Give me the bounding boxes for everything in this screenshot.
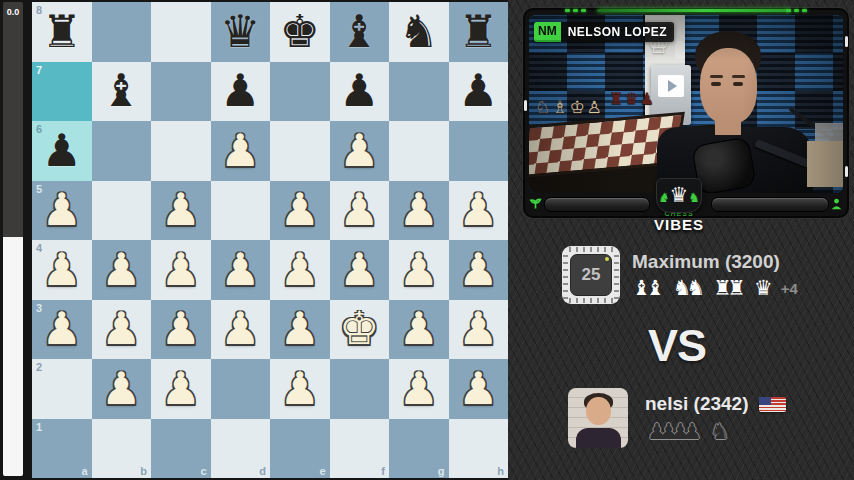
captured-queen-icon: ♛ [754,274,773,302]
square-h5[interactable]: ♟ [449,181,509,241]
captured-knight-icon: ♞ [710,418,730,446]
square-a4[interactable]: 4♟ [32,240,92,300]
square-a8[interactable]: 8♜ [32,2,92,62]
opponent-name: nelsi (2342) [645,393,749,415]
square-h7[interactable]: ♟ [449,62,509,122]
opponent-captured-pieces: ♟♟♟♟ ♞ [647,418,736,446]
file-label-b: b [140,465,147,477]
square-g3[interactable]: ♟ [389,300,449,360]
square-f3[interactable]: ♚ [330,300,390,360]
piece-black-pawn[interactable]: ♟ [458,63,498,119]
square-a7[interactable]: 7 [32,62,92,122]
piece-white-pawn[interactable]: ♟ [458,361,498,417]
file-label-g: g [438,465,445,477]
captured-knights-icon: ♞♞ [673,274,706,302]
file-label-f: f [381,465,385,477]
square-b8[interactable] [92,2,152,62]
square-f5[interactable]: ♟ [330,181,390,241]
nm-title-badge: NM [534,22,561,42]
square-g2[interactable]: ♟ [389,359,449,419]
piece-black-bishop[interactable]: ♝ [101,63,141,119]
piece-white-pawn[interactable]: ♟ [42,242,82,298]
piece-white-pawn[interactable]: ♟ [101,301,141,357]
stat-bar-right [711,197,829,212]
piece-white-pawn[interactable]: ♟ [101,242,141,298]
person-icon [830,197,843,210]
square-h4[interactable]: ♟ [449,240,509,300]
rank-label-2: 2 [36,361,42,373]
piece-white-pawn[interactable]: ♟ [161,361,201,417]
square-d4[interactable]: ♟ [211,240,271,300]
piece-white-pawn[interactable]: ♟ [339,242,379,298]
opponent-name-row: nelsi (2342) [645,393,786,415]
square-h3[interactable]: ♟ [449,300,509,360]
square-g5[interactable]: ♟ [389,181,449,241]
square-a3[interactable]: 3♟ [32,300,92,360]
square-b2[interactable]: ♟ [92,359,152,419]
square-g1[interactable]: g [389,419,449,479]
captured-bishops-icon: ♝♝ [632,274,665,302]
piece-black-rook[interactable]: ♜ [42,4,82,60]
piece-white-pawn[interactable]: ♟ [399,242,439,298]
piece-white-pawn[interactable]: ♟ [399,361,439,417]
logo-knight-right-icon: ♞ [688,191,700,205]
square-d1[interactable]: d [211,419,271,479]
piece-white-pawn[interactable]: ♟ [280,361,320,417]
square-c1[interactable]: c [151,419,211,479]
stream-frame: 0.0 8♜♛♚♝♞♜7♝♟♟♟6♟♟♟5♟♟♟♟♟♟4♟♟♟♟♟♟♟♟3♟♟♟… [0,0,854,480]
us-flag-icon [759,397,786,412]
stat-bar-left [544,197,650,212]
piece-white-pawn[interactable]: ♟ [339,123,379,179]
square-e5[interactable]: ♟ [270,181,330,241]
square-h8[interactable]: ♜ [449,2,509,62]
chess-board[interactable]: 8♜♛♚♝♞♜7♝♟♟♟6♟♟♟5♟♟♟♟♟♟4♟♟♟♟♟♟♟♟3♟♟♟♟♟♚♟… [32,2,508,478]
square-b5[interactable] [92,181,152,241]
frame-tick-right-lower [845,166,848,177]
rank-label-1: 1 [36,421,42,433]
square-b3[interactable]: ♟ [92,300,152,360]
piece-white-pawn[interactable]: ♟ [458,182,498,238]
square-d2[interactable] [211,359,271,419]
evaluation-score: 0.0 [3,7,23,17]
opponent-avatar [568,388,628,448]
piece-black-knight[interactable]: ♞ [399,4,439,60]
webcam-green-topline [597,9,791,12]
evaluation-bar: 0.0 [3,2,23,476]
vs-label: VS [637,320,717,372]
square-c5[interactable]: ♟ [151,181,211,241]
square-a6[interactable]: 6♟ [32,121,92,181]
piece-white-pawn[interactable]: ♟ [161,182,201,238]
piece-white-pawn[interactable]: ♟ [399,182,439,238]
logo-emblem: ♞ ♛ ♞ [656,178,702,213]
streamer-badge: NM NELSON LOPEZ [534,22,674,42]
square-g7[interactable] [389,62,449,122]
piece-white-pawn[interactable]: ♟ [280,182,320,238]
square-g6[interactable] [389,121,449,181]
piece-white-pawn[interactable]: ♟ [161,242,201,298]
square-e2[interactable]: ♟ [270,359,330,419]
square-h6[interactable] [449,121,509,181]
piece-white-pawn[interactable]: ♟ [339,182,379,238]
engine-chip-icon: 25 [562,246,620,304]
square-e3[interactable]: ♟ [270,300,330,360]
chess-vibes-logo: ♞ ♛ ♞ CHESS VIBES [647,178,711,232]
piece-black-queen[interactable]: ♛ [220,4,260,60]
engine-name: Maximum (3200) [632,251,780,273]
frame-tick-right-upper [845,36,848,47]
avatar-head [586,397,611,425]
piece-white-pawn[interactable]: ♟ [399,301,439,357]
captured-rooks-icon: ♜♜ [713,274,746,302]
chip-dot [605,257,609,261]
rank-label-5: 5 [36,183,42,195]
square-c3[interactable]: ♟ [151,300,211,360]
avatar-body [576,428,621,448]
square-h1[interactable]: h [449,419,509,479]
square-b1[interactable]: b [92,419,152,479]
file-label-d: d [259,465,266,477]
square-g4[interactable]: ♟ [389,240,449,300]
square-c8[interactable] [151,2,211,62]
file-label-a: a [81,465,87,477]
file-label-h: h [497,465,504,477]
piece-black-king[interactable]: ♚ [280,4,320,60]
square-b7[interactable]: ♝ [92,62,152,122]
square-e4[interactable]: ♟ [270,240,330,300]
square-c2[interactable]: ♟ [151,359,211,419]
piece-white-pawn[interactable]: ♟ [42,182,82,238]
piece-black-pawn[interactable]: ♟ [42,123,82,179]
square-f1[interactable]: f [330,419,390,479]
square-a2[interactable]: 2 [32,359,92,419]
square-f7[interactable]: ♟ [330,62,390,122]
file-label-c: c [200,465,206,477]
piece-white-pawn[interactable]: ♟ [458,301,498,357]
webcam-frame: ♔ ♘♗♔♙ ♜♛♟ N [523,8,849,218]
streamer-name: NELSON LOPEZ [561,22,674,42]
piece-white-king[interactable]: ♚ [339,301,379,357]
piece-white-pawn[interactable]: ♟ [42,301,82,357]
square-c7[interactable] [151,62,211,122]
piece-white-pawn[interactable]: ♟ [220,301,260,357]
square-d3[interactable]: ♟ [211,300,271,360]
webcam-top-left-dashes [565,9,586,12]
rank-label-3: 3 [36,302,42,314]
square-d8[interactable]: ♛ [211,2,271,62]
square-f6[interactable]: ♟ [330,121,390,181]
rank-label-8: 8 [36,4,42,16]
piece-black-rook[interactable]: ♜ [458,4,498,60]
material-advantage: +4 [781,280,798,297]
frame-tick-left [524,100,527,111]
piece-white-pawn[interactable]: ♟ [101,361,141,417]
square-d6[interactable]: ♟ [211,121,271,181]
square-d5[interactable] [211,181,271,241]
rank-label-4: 4 [36,242,42,254]
piece-white-pawn[interactable]: ♟ [458,242,498,298]
square-b6[interactable] [92,121,152,181]
square-d7[interactable]: ♟ [211,62,271,122]
square-f8[interactable]: ♝ [330,2,390,62]
square-a1[interactable]: 1a [32,419,92,479]
piece-white-pawn[interactable]: ♟ [220,123,260,179]
square-b4[interactable]: ♟ [92,240,152,300]
square-g8[interactable]: ♞ [389,2,449,62]
square-e8[interactable]: ♚ [270,2,330,62]
piece-white-pawn[interactable]: ♟ [161,301,201,357]
square-e1[interactable]: e [270,419,330,479]
rank-label-7: 7 [36,64,42,76]
evaluation-bar-white-share [3,237,23,476]
piece-black-bishop[interactable]: ♝ [339,4,379,60]
square-a5[interactable]: 5♟ [32,181,92,241]
square-e7[interactable] [270,62,330,122]
piece-white-pawn[interactable]: ♟ [280,242,320,298]
rank-label-6: 6 [36,123,42,135]
square-c4[interactable]: ♟ [151,240,211,300]
piece-white-pawn[interactable]: ♟ [280,301,320,357]
square-h2[interactable]: ♟ [449,359,509,419]
piece-black-pawn[interactable]: ♟ [220,63,260,119]
logo-text-vibes: VIBES [647,217,711,232]
square-e6[interactable] [270,121,330,181]
sprout-icon [529,197,542,210]
square-f2[interactable] [330,359,390,419]
piece-white-pawn[interactable]: ♟ [220,242,260,298]
square-c6[interactable] [151,121,211,181]
engine-captured-pieces: ♝♝ ♞♞ ♜♜ ♛ +4 [632,274,798,302]
square-f4[interactable]: ♟ [330,240,390,300]
captured-pawns-icon: ♟♟♟♟ [647,418,702,446]
webcam-top-right-dashes [786,9,807,12]
file-label-e: e [319,465,325,477]
piece-black-pawn[interactable]: ♟ [339,63,379,119]
